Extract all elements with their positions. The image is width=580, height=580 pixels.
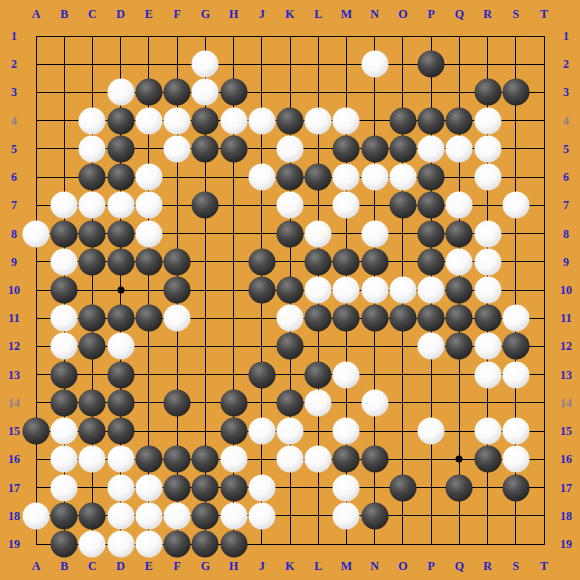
row-label-left: 6 (11, 171, 17, 183)
white-stone-N2[interactable] (361, 51, 388, 78)
col-label-top: P (427, 8, 434, 20)
row-label-right: 10 (560, 284, 572, 296)
black-stone-C18[interactable] (79, 502, 106, 529)
row-label-left: 19 (8, 538, 20, 550)
grid-vline (36, 36, 37, 545)
black-stone-Q8[interactable] (446, 220, 473, 247)
white-stone-J4[interactable] (248, 107, 275, 134)
white-stone-D19[interactable] (107, 531, 134, 558)
white-stone-S13[interactable] (502, 361, 529, 388)
white-stone-C19[interactable] (79, 531, 106, 558)
row-label-right: 9 (563, 256, 569, 268)
row-label-right: 12 (560, 340, 572, 352)
white-stone-P12[interactable] (418, 333, 445, 360)
black-stone-G18[interactable] (192, 502, 219, 529)
row-label-left: 1 (11, 30, 17, 42)
black-stone-E11[interactable] (135, 305, 162, 332)
black-stone-K14[interactable] (277, 389, 304, 416)
col-label-top: O (398, 8, 407, 20)
col-label-bottom: O (398, 560, 407, 572)
black-stone-D15[interactable] (107, 418, 134, 445)
star-point (117, 287, 124, 294)
black-stone-J9[interactable] (248, 248, 275, 275)
row-label-left: 14 (8, 397, 20, 409)
black-stone-K10[interactable] (277, 277, 304, 304)
row-label-left: 5 (11, 143, 17, 155)
white-stone-O10[interactable] (389, 277, 416, 304)
black-stone-R3[interactable] (474, 79, 501, 106)
black-stone-D14[interactable] (107, 389, 134, 416)
row-label-left: 11 (8, 312, 19, 324)
white-stone-L8[interactable] (305, 220, 332, 247)
row-label-right: 13 (560, 369, 572, 381)
white-stone-E6[interactable] (135, 164, 162, 191)
white-stone-M15[interactable] (333, 418, 360, 445)
row-label-left: 17 (8, 482, 20, 494)
black-stone-L9[interactable] (305, 248, 332, 275)
white-stone-R15[interactable] (474, 418, 501, 445)
black-stone-O5[interactable] (389, 135, 416, 162)
white-stone-R13[interactable] (474, 361, 501, 388)
col-label-bottom: N (370, 560, 379, 572)
col-label-top: T (540, 8, 548, 20)
row-label-left: 18 (8, 510, 20, 522)
black-stone-F19[interactable] (164, 531, 191, 558)
white-stone-K15[interactable] (277, 418, 304, 445)
black-stone-O17[interactable] (389, 474, 416, 501)
white-stone-F18[interactable] (164, 502, 191, 529)
black-stone-M11[interactable] (333, 305, 360, 332)
black-stone-H15[interactable] (220, 418, 247, 445)
row-label-left: 15 (8, 425, 20, 437)
row-label-left: 8 (11, 228, 17, 240)
white-stone-E4[interactable] (135, 107, 162, 134)
black-stone-B13[interactable] (51, 361, 78, 388)
black-stone-G4[interactable] (192, 107, 219, 134)
white-stone-K11[interactable] (277, 305, 304, 332)
row-label-left: 10 (8, 284, 20, 296)
row-label-right: 5 (563, 143, 569, 155)
black-stone-P6[interactable] (418, 164, 445, 191)
col-label-top: G (201, 8, 210, 20)
black-stone-G17[interactable] (192, 474, 219, 501)
row-label-left: 7 (11, 199, 17, 211)
black-stone-D4[interactable] (107, 107, 134, 134)
white-stone-N8[interactable] (361, 220, 388, 247)
black-stone-H19[interactable] (220, 531, 247, 558)
white-stone-D12[interactable] (107, 333, 134, 360)
black-stone-P8[interactable] (418, 220, 445, 247)
black-stone-K6[interactable] (277, 164, 304, 191)
col-label-top: A (32, 8, 41, 20)
white-stone-M10[interactable] (333, 277, 360, 304)
white-stone-C7[interactable] (79, 192, 106, 219)
white-stone-N14[interactable] (361, 389, 388, 416)
col-label-bottom: B (60, 560, 68, 572)
row-label-right: 16 (560, 453, 572, 465)
black-stone-E3[interactable] (135, 79, 162, 106)
col-label-bottom: D (116, 560, 125, 572)
row-label-right: 4 (563, 115, 569, 127)
col-label-bottom: K (285, 560, 294, 572)
white-stone-M7[interactable] (333, 192, 360, 219)
white-stone-R6[interactable] (474, 164, 501, 191)
white-stone-E17[interactable] (135, 474, 162, 501)
white-stone-G2[interactable] (192, 51, 219, 78)
grid-hline (36, 64, 545, 65)
black-stone-F10[interactable] (164, 277, 191, 304)
white-stone-O6[interactable] (389, 164, 416, 191)
white-stone-D18[interactable] (107, 502, 134, 529)
black-stone-L11[interactable] (305, 305, 332, 332)
row-label-right: 6 (563, 171, 569, 183)
black-stone-K4[interactable] (277, 107, 304, 134)
white-stone-H16[interactable] (220, 446, 247, 473)
row-label-right: 17 (560, 482, 572, 494)
white-stone-J18[interactable] (248, 502, 275, 529)
col-label-top: H (229, 8, 238, 20)
black-stone-B19[interactable] (51, 531, 78, 558)
black-stone-B14[interactable] (51, 389, 78, 416)
white-stone-M17[interactable] (333, 474, 360, 501)
black-stone-C11[interactable] (79, 305, 106, 332)
col-label-top: D (116, 8, 125, 20)
white-stone-E19[interactable] (135, 531, 162, 558)
black-stone-F3[interactable] (164, 79, 191, 106)
black-stone-C14[interactable] (79, 389, 106, 416)
black-stone-O7[interactable] (389, 192, 416, 219)
row-label-right: 7 (563, 199, 569, 211)
white-stone-F5[interactable] (164, 135, 191, 162)
black-stone-G19[interactable] (192, 531, 219, 558)
white-stone-R10[interactable] (474, 277, 501, 304)
black-stone-O4[interactable] (389, 107, 416, 134)
black-stone-F16[interactable] (164, 446, 191, 473)
black-stone-M9[interactable] (333, 248, 360, 275)
col-label-bottom: A (32, 560, 41, 572)
black-stone-L13[interactable] (305, 361, 332, 388)
black-stone-B8[interactable] (51, 220, 78, 247)
black-stone-G5[interactable] (192, 135, 219, 162)
white-stone-C4[interactable] (79, 107, 106, 134)
col-label-top: F (173, 8, 180, 20)
white-stone-R4[interactable] (474, 107, 501, 134)
black-stone-H17[interactable] (220, 474, 247, 501)
black-stone-N5[interactable] (361, 135, 388, 162)
white-stone-B16[interactable] (51, 446, 78, 473)
row-label-left: 3 (11, 86, 17, 98)
black-stone-G16[interactable] (192, 446, 219, 473)
white-stone-G3[interactable] (192, 79, 219, 106)
white-stone-E8[interactable] (135, 220, 162, 247)
black-stone-Q17[interactable] (446, 474, 473, 501)
white-stone-B17[interactable] (51, 474, 78, 501)
black-stone-D9[interactable] (107, 248, 134, 275)
grid-vline (544, 36, 545, 545)
black-stone-K12[interactable] (277, 333, 304, 360)
white-stone-K5[interactable] (277, 135, 304, 162)
col-label-top: J (259, 8, 265, 20)
black-stone-H3[interactable] (220, 79, 247, 106)
white-stone-L10[interactable] (305, 277, 332, 304)
white-stone-D16[interactable] (107, 446, 134, 473)
black-stone-F9[interactable] (164, 248, 191, 275)
white-stone-A18[interactable] (23, 502, 50, 529)
row-label-right: 15 (560, 425, 572, 437)
black-stone-C8[interactable] (79, 220, 106, 247)
col-label-bottom: J (259, 560, 265, 572)
black-stone-D5[interactable] (107, 135, 134, 162)
col-label-top: S (512, 8, 519, 20)
col-label-bottom: H (229, 560, 238, 572)
black-stone-S3[interactable] (502, 79, 529, 106)
white-stone-Q7[interactable] (446, 192, 473, 219)
white-stone-M4[interactable] (333, 107, 360, 134)
black-stone-R16[interactable] (474, 446, 501, 473)
col-label-bottom: C (88, 560, 97, 572)
black-stone-G7[interactable] (192, 192, 219, 219)
col-label-bottom: Q (455, 560, 464, 572)
black-stone-B18[interactable] (51, 502, 78, 529)
white-stone-S15[interactable] (502, 418, 529, 445)
black-stone-P4[interactable] (418, 107, 445, 134)
col-label-bottom: R (483, 560, 492, 572)
white-stone-L16[interactable] (305, 446, 332, 473)
white-stone-E7[interactable] (135, 192, 162, 219)
white-stone-J6[interactable] (248, 164, 275, 191)
col-label-bottom: M (341, 560, 352, 572)
row-label-left: 4 (11, 115, 17, 127)
col-label-top: C (88, 8, 97, 20)
row-label-right: 2 (563, 58, 569, 70)
white-stone-C16[interactable] (79, 446, 106, 473)
black-stone-P9[interactable] (418, 248, 445, 275)
black-stone-P11[interactable] (418, 305, 445, 332)
black-stone-R11[interactable] (474, 305, 501, 332)
white-stone-D17[interactable] (107, 474, 134, 501)
black-stone-Q12[interactable] (446, 333, 473, 360)
black-stone-O11[interactable] (389, 305, 416, 332)
white-stone-R12[interactable] (474, 333, 501, 360)
col-label-bottom: G (201, 560, 210, 572)
black-stone-N18[interactable] (361, 502, 388, 529)
white-stone-M18[interactable] (333, 502, 360, 529)
white-stone-B11[interactable] (51, 305, 78, 332)
white-stone-L14[interactable] (305, 389, 332, 416)
black-stone-C9[interactable] (79, 248, 106, 275)
black-stone-Q4[interactable] (446, 107, 473, 134)
black-stone-M5[interactable] (333, 135, 360, 162)
row-label-right: 14 (560, 397, 572, 409)
black-stone-C15[interactable] (79, 418, 106, 445)
white-stone-B12[interactable] (51, 333, 78, 360)
col-label-bottom: P (427, 560, 434, 572)
row-label-right: 3 (563, 86, 569, 98)
white-stone-R5[interactable] (474, 135, 501, 162)
row-label-right: 19 (560, 538, 572, 550)
col-label-top: E (145, 8, 153, 20)
black-stone-D6[interactable] (107, 164, 134, 191)
white-stone-J17[interactable] (248, 474, 275, 501)
col-label-top: M (341, 8, 352, 20)
white-stone-D7[interactable] (107, 192, 134, 219)
white-stone-R9[interactable] (474, 248, 501, 275)
white-stone-R8[interactable] (474, 220, 501, 247)
white-stone-K7[interactable] (277, 192, 304, 219)
white-stone-Q9[interactable] (446, 248, 473, 275)
white-stone-N6[interactable] (361, 164, 388, 191)
white-stone-H4[interactable] (220, 107, 247, 134)
col-label-top: L (314, 8, 322, 20)
black-stone-H5[interactable] (220, 135, 247, 162)
black-stone-N16[interactable] (361, 446, 388, 473)
white-stone-M13[interactable] (333, 361, 360, 388)
white-stone-M6[interactable] (333, 164, 360, 191)
white-stone-B15[interactable] (51, 418, 78, 445)
col-label-bottom: L (314, 560, 322, 572)
col-label-bottom: F (173, 560, 180, 572)
col-label-bottom: E (145, 560, 153, 572)
black-stone-E16[interactable] (135, 446, 162, 473)
white-stone-L4[interactable] (305, 107, 332, 134)
row-label-left: 9 (11, 256, 17, 268)
go-board[interactable]: AA11BB22CC33DD44EE55FF66GG77HH88JJ99KK10… (0, 0, 580, 580)
black-stone-B10[interactable] (51, 277, 78, 304)
black-stone-D8[interactable] (107, 220, 134, 247)
black-stone-M16[interactable] (333, 446, 360, 473)
black-stone-H14[interactable] (220, 389, 247, 416)
white-stone-E18[interactable] (135, 502, 162, 529)
row-label-right: 18 (560, 510, 572, 522)
white-stone-F4[interactable] (164, 107, 191, 134)
black-stone-P7[interactable] (418, 192, 445, 219)
white-stone-C5[interactable] (79, 135, 106, 162)
black-stone-N9[interactable] (361, 248, 388, 275)
white-stone-P10[interactable] (418, 277, 445, 304)
row-label-left: 12 (8, 340, 20, 352)
white-stone-B9[interactable] (51, 248, 78, 275)
white-stone-H18[interactable] (220, 502, 247, 529)
row-label-left: 16 (8, 453, 20, 465)
black-stone-E9[interactable] (135, 248, 162, 275)
black-stone-J10[interactable] (248, 277, 275, 304)
black-stone-F14[interactable] (164, 389, 191, 416)
col-label-bottom: S (512, 560, 519, 572)
white-stone-N10[interactable] (361, 277, 388, 304)
go-board-app: AA11BB22CC33DD44EE55FF66GG77HH88JJ99KK10… (0, 0, 580, 580)
col-label-top: R (483, 8, 492, 20)
row-label-right: 11 (560, 312, 571, 324)
white-stone-B7[interactable] (51, 192, 78, 219)
col-label-top: B (60, 8, 68, 20)
white-stone-F11[interactable] (164, 305, 191, 332)
black-stone-L6[interactable] (305, 164, 332, 191)
col-label-bottom: T (540, 560, 548, 572)
col-label-top: K (285, 8, 294, 20)
row-label-right: 1 (563, 30, 569, 42)
black-stone-Q10[interactable] (446, 277, 473, 304)
white-stone-D3[interactable] (107, 79, 134, 106)
black-stone-S12[interactable] (502, 333, 529, 360)
black-stone-A15[interactable] (23, 418, 50, 445)
white-stone-S7[interactable] (502, 192, 529, 219)
row-label-left: 2 (11, 58, 17, 70)
white-stone-S16[interactable] (502, 446, 529, 473)
black-stone-C6[interactable] (79, 164, 106, 191)
black-stone-S17[interactable] (502, 474, 529, 501)
col-label-top: N (370, 8, 379, 20)
black-stone-F17[interactable] (164, 474, 191, 501)
black-stone-C12[interactable] (79, 333, 106, 360)
white-stone-Q5[interactable] (446, 135, 473, 162)
white-stone-P5[interactable] (418, 135, 445, 162)
black-stone-D11[interactable] (107, 305, 134, 332)
row-label-left: 13 (8, 369, 20, 381)
white-stone-A8[interactable] (23, 220, 50, 247)
black-stone-K8[interactable] (277, 220, 304, 247)
black-stone-N11[interactable] (361, 305, 388, 332)
row-label-right: 8 (563, 228, 569, 240)
white-stone-J15[interactable] (248, 418, 275, 445)
black-stone-J13[interactable] (248, 361, 275, 388)
black-stone-P2[interactable] (418, 51, 445, 78)
white-stone-P15[interactable] (418, 418, 445, 445)
grid-hline (36, 36, 545, 37)
col-label-top: Q (455, 8, 464, 20)
black-stone-D13[interactable] (107, 361, 134, 388)
black-stone-Q11[interactable] (446, 305, 473, 332)
white-stone-K16[interactable] (277, 446, 304, 473)
star-point (456, 456, 463, 463)
white-stone-S11[interactable] (502, 305, 529, 332)
